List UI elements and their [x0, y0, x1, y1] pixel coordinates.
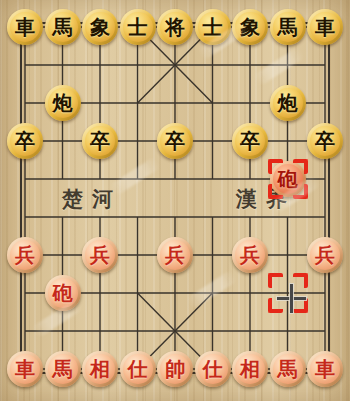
board-point[interactable]: 仕	[119, 350, 157, 388]
board-point[interactable]	[44, 46, 82, 84]
board-point[interactable]	[44, 312, 82, 350]
board-point[interactable]: 車	[6, 8, 44, 46]
piece-character: 馬	[273, 12, 303, 42]
board-point[interactable]	[231, 312, 269, 350]
board-point[interactable]	[119, 312, 157, 350]
board-point[interactable]	[231, 274, 269, 312]
board-point[interactable]: 卒	[6, 122, 44, 160]
marker-corner	[268, 159, 283, 174]
board-point[interactable]	[6, 160, 44, 198]
board-point[interactable]	[156, 198, 194, 236]
board-point[interactable]: 卒	[81, 122, 119, 160]
piece-red-chariot[interactable]: 車	[307, 351, 343, 387]
piece-black-chariot[interactable]: 車	[7, 9, 43, 45]
piece-red-soldier[interactable]: 兵	[307, 237, 343, 273]
board-point[interactable]: 馬	[44, 8, 82, 46]
piece-red-soldier[interactable]: 兵	[232, 237, 268, 273]
piece-character: 車	[310, 354, 340, 384]
board-point[interactable]: 馬	[44, 350, 82, 388]
piece-red-soldier[interactable]: 兵	[7, 237, 43, 273]
piece-character: 象	[235, 12, 265, 42]
xiangqi-board: 楚河 漢界 車馬象士将士象馬車炮炮卒卒卒卒卒砲兵兵兵兵兵砲車馬相仕帥仕相馬車	[0, 0, 350, 401]
board-point[interactable]	[231, 84, 269, 122]
board-point[interactable]: 将	[156, 8, 194, 46]
board-point[interactable]: 兵	[6, 236, 44, 274]
board-point[interactable]	[306, 198, 344, 236]
board-point[interactable]: 士	[194, 8, 232, 46]
piece-character: 馬	[273, 354, 303, 384]
board-point[interactable]	[194, 84, 232, 122]
piece-red-chariot[interactable]: 車	[7, 351, 43, 387]
board-point[interactable]	[119, 198, 157, 236]
piece-character: 卒	[235, 126, 265, 156]
board-point[interactable]	[194, 160, 232, 198]
piece-character: 卒	[85, 126, 115, 156]
board-point[interactable]	[269, 236, 307, 274]
piece-black-elephant[interactable]: 象	[232, 9, 268, 45]
board-point[interactable]: 馬	[269, 350, 307, 388]
board-point[interactable]	[81, 312, 119, 350]
piece-red-soldier[interactable]: 兵	[82, 237, 118, 273]
piece-character: 馬	[48, 354, 78, 384]
board-point[interactable]	[156, 312, 194, 350]
piece-character: 仕	[123, 354, 153, 384]
piece-character: 仕	[198, 354, 228, 384]
marker-corner	[293, 159, 308, 174]
board-point[interactable]: 象	[81, 8, 119, 46]
board-point[interactable]	[269, 198, 307, 236]
piece-character: 兵	[235, 240, 265, 270]
board-point[interactable]	[231, 46, 269, 84]
board-point[interactable]: 兵	[156, 236, 194, 274]
piece-black-horse[interactable]: 馬	[45, 9, 81, 45]
board-point[interactable]	[6, 46, 44, 84]
piece-character: 兵	[10, 240, 40, 270]
piece-black-general[interactable]: 将	[157, 9, 193, 45]
board-point[interactable]: 馬	[269, 8, 307, 46]
board-point[interactable]	[194, 122, 232, 160]
board-point[interactable]: 卒	[231, 122, 269, 160]
board-point[interactable]	[306, 312, 344, 350]
piece-character: 兵	[310, 240, 340, 270]
piece-character: 炮	[273, 88, 303, 118]
board-point[interactable]	[231, 160, 269, 198]
board-point[interactable]	[306, 274, 344, 312]
piece-black-elephant[interactable]: 象	[82, 9, 118, 45]
piece-character: 象	[85, 12, 115, 42]
piece-black-chariot[interactable]: 車	[307, 9, 343, 45]
board-point[interactable]	[44, 236, 82, 274]
board-point[interactable]	[156, 160, 194, 198]
board-point[interactable]: 炮	[269, 84, 307, 122]
piece-black-horse[interactable]: 馬	[270, 9, 306, 45]
board-point[interactable]	[44, 122, 82, 160]
board-point[interactable]: 車	[306, 350, 344, 388]
piece-character: 炮	[48, 88, 78, 118]
board-point[interactable]	[44, 198, 82, 236]
board-point[interactable]	[119, 122, 157, 160]
board-point[interactable]	[6, 198, 44, 236]
board-point[interactable]	[306, 84, 344, 122]
piece-black-soldier[interactable]: 卒	[232, 123, 268, 159]
board-point[interactable]	[194, 198, 232, 236]
board-point[interactable]: 砲	[44, 274, 82, 312]
board-point[interactable]	[194, 46, 232, 84]
piece-red-soldier[interactable]: 兵	[157, 237, 193, 273]
piece-black-advisor[interactable]: 士	[120, 9, 156, 45]
board-point[interactable]	[306, 46, 344, 84]
board-point[interactable]	[119, 160, 157, 198]
crosshair-cursor	[277, 284, 306, 313]
board-point[interactable]: 兵	[81, 236, 119, 274]
board-point[interactable]: 仕	[194, 350, 232, 388]
piece-character: 相	[235, 354, 265, 384]
board-point[interactable]: 炮	[44, 84, 82, 122]
piece-character: 卒	[10, 126, 40, 156]
board-point[interactable]: 相	[231, 350, 269, 388]
piece-character: 将	[160, 12, 190, 42]
piece-character: 馬	[48, 12, 78, 42]
board-point[interactable]	[119, 46, 157, 84]
piece-red-elephant[interactable]: 相	[232, 351, 268, 387]
board-point[interactable]	[119, 274, 157, 312]
piece-character: 兵	[85, 240, 115, 270]
piece-character: 車	[310, 12, 340, 42]
board-point[interactable]: 相	[81, 350, 119, 388]
board-point[interactable]	[81, 160, 119, 198]
board-point[interactable]: 卒	[156, 122, 194, 160]
piece-black-soldier[interactable]: 卒	[157, 123, 193, 159]
board-point[interactable]	[194, 274, 232, 312]
piece-red-general[interactable]: 帥	[157, 351, 193, 387]
piece-red-horse[interactable]: 馬	[270, 351, 306, 387]
selection-marker	[268, 159, 308, 199]
board-point[interactable]	[156, 274, 194, 312]
board-point[interactable]	[6, 274, 44, 312]
board-point[interactable]	[6, 312, 44, 350]
piece-black-advisor[interactable]: 士	[195, 9, 231, 45]
marker-corner	[293, 184, 308, 199]
board-point[interactable]	[6, 84, 44, 122]
board-point[interactable]: 象	[231, 8, 269, 46]
piece-black-cannon[interactable]: 炮	[45, 85, 81, 121]
piece-character: 帥	[160, 354, 190, 384]
board-point[interactable]	[44, 160, 82, 198]
board-point[interactable]	[81, 84, 119, 122]
board-point[interactable]: 士	[119, 8, 157, 46]
piece-red-elephant[interactable]: 相	[82, 351, 118, 387]
piece-character: 車	[10, 12, 40, 42]
board-point[interactable]	[156, 84, 194, 122]
board-point[interactable]: 兵	[306, 236, 344, 274]
board-point[interactable]	[269, 46, 307, 84]
board-point[interactable]	[156, 46, 194, 84]
piece-character: 相	[85, 354, 115, 384]
board-point[interactable]: 車	[306, 8, 344, 46]
board-point[interactable]	[119, 236, 157, 274]
piece-black-soldier[interactable]: 卒	[82, 123, 118, 159]
board-point[interactable]: 兵	[231, 236, 269, 274]
board-point[interactable]	[306, 160, 344, 198]
board-point[interactable]	[269, 122, 307, 160]
board-point[interactable]: 卒	[306, 122, 344, 160]
board-point[interactable]	[81, 46, 119, 84]
board-point[interactable]	[194, 236, 232, 274]
board-point[interactable]	[81, 274, 119, 312]
board-point[interactable]	[119, 84, 157, 122]
piece-red-advisor[interactable]: 仕	[195, 351, 231, 387]
board-point[interactable]: 車	[6, 350, 44, 388]
piece-character: 卒	[160, 126, 190, 156]
board-point[interactable]	[231, 198, 269, 236]
piece-black-soldier[interactable]: 卒	[307, 123, 343, 159]
piece-character: 卒	[310, 126, 340, 156]
piece-character: 士	[198, 12, 228, 42]
board-point[interactable]	[269, 312, 307, 350]
piece-character: 兵	[160, 240, 190, 270]
piece-red-advisor[interactable]: 仕	[120, 351, 156, 387]
board-point[interactable]	[194, 312, 232, 350]
piece-black-cannon[interactable]: 炮	[270, 85, 306, 121]
board-point[interactable]	[81, 198, 119, 236]
marker-corner	[268, 184, 283, 199]
piece-red-cannon[interactable]: 砲	[45, 275, 81, 311]
piece-character: 砲	[48, 278, 78, 308]
board-point[interactable]: 帥	[156, 350, 194, 388]
piece-black-soldier[interactable]: 卒	[7, 123, 43, 159]
piece-character: 車	[10, 354, 40, 384]
piece-red-horse[interactable]: 馬	[45, 351, 81, 387]
piece-character: 士	[123, 12, 153, 42]
